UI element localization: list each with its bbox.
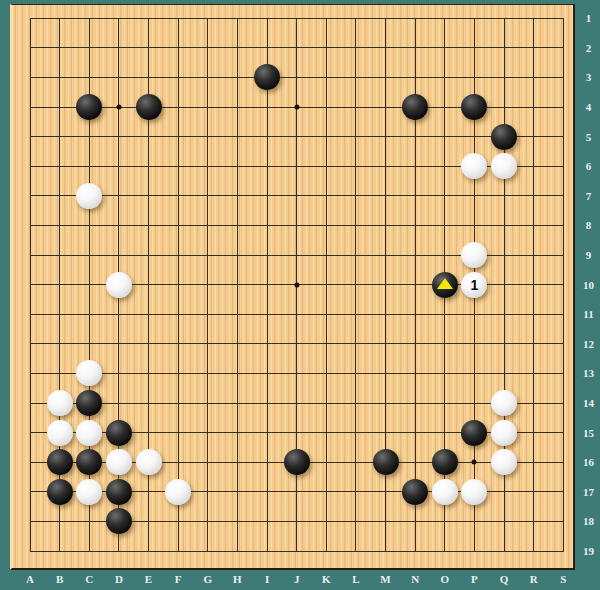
stone-black-e4[interactable]	[136, 94, 162, 120]
stone-white-c15[interactable]	[76, 420, 102, 446]
row-label-9: 9	[586, 249, 592, 261]
stone-black-n4[interactable]	[402, 94, 428, 120]
column-label-k: K	[322, 573, 331, 585]
stone-white-f17[interactable]	[165, 479, 191, 505]
stone-black-p15[interactable]	[461, 420, 487, 446]
stone-white-q14[interactable]	[491, 390, 517, 416]
column-label-g: G	[203, 573, 212, 585]
stone-black-j16[interactable]	[284, 449, 310, 475]
column-label-c: C	[85, 573, 93, 585]
row-label-6: 6	[586, 160, 592, 172]
stone-white-d16[interactable]	[106, 449, 132, 475]
row-label-3: 3	[586, 71, 592, 83]
stone-black-d18[interactable]	[106, 508, 132, 534]
row-label-17: 17	[583, 486, 594, 498]
stone-white-d10[interactable]	[106, 272, 132, 298]
stone-white-o17[interactable]	[432, 479, 458, 505]
row-label-5: 5	[586, 131, 592, 143]
stone-black-c4[interactable]	[76, 94, 102, 120]
column-label-f: F	[175, 573, 182, 585]
column-label-a: A	[26, 573, 34, 585]
column-label-j: J	[294, 573, 300, 585]
stone-black-d17[interactable]	[106, 479, 132, 505]
stone-white-q6[interactable]	[491, 153, 517, 179]
stone-black-c16[interactable]	[76, 449, 102, 475]
column-label-r: R	[530, 573, 538, 585]
stone-black-q5[interactable]	[491, 124, 517, 150]
row-label-16: 16	[583, 456, 594, 468]
row-label-14: 14	[583, 397, 594, 409]
stone-white-p6[interactable]	[461, 153, 487, 179]
stone-black-n17[interactable]	[402, 479, 428, 505]
row-label-10: 10	[583, 279, 594, 291]
column-label-e: E	[145, 573, 152, 585]
row-label-4: 4	[586, 101, 592, 113]
stone-black-i3[interactable]	[254, 64, 280, 90]
stone-white-e16[interactable]	[136, 449, 162, 475]
stone-white-c7[interactable]	[76, 183, 102, 209]
column-label-b: B	[56, 573, 63, 585]
stone-black-m16[interactable]	[373, 449, 399, 475]
column-label-o: O	[441, 573, 450, 585]
row-label-1: 1	[586, 12, 592, 24]
column-label-q: Q	[500, 573, 509, 585]
row-label-11: 11	[583, 308, 593, 320]
triangle-marker	[437, 278, 453, 289]
stone-black-c14[interactable]	[76, 390, 102, 416]
column-label-n: N	[411, 573, 419, 585]
column-label-p: P	[471, 573, 478, 585]
stone-white-q16[interactable]	[491, 449, 517, 475]
row-label-18: 18	[583, 515, 594, 527]
stone-black-o10[interactable]	[432, 272, 458, 298]
stone-white-c17[interactable]	[76, 479, 102, 505]
stone-white-b14[interactable]	[47, 390, 73, 416]
stone-black-b16[interactable]	[47, 449, 73, 475]
column-label-l: L	[352, 573, 359, 585]
stone-black-p4[interactable]	[461, 94, 487, 120]
stone-white-b15[interactable]	[47, 420, 73, 446]
stone-white-p10[interactable]: 1	[461, 272, 487, 298]
row-label-13: 13	[583, 367, 594, 379]
row-label-12: 12	[583, 338, 594, 350]
stone-white-p9[interactable]	[461, 242, 487, 268]
stone-black-b17[interactable]	[47, 479, 73, 505]
stone-white-p17[interactable]	[461, 479, 487, 505]
column-label-d: D	[115, 573, 123, 585]
stone-black-o16[interactable]	[432, 449, 458, 475]
move-number-label: 1	[471, 278, 479, 292]
row-label-7: 7	[586, 190, 592, 202]
stone-white-q15[interactable]	[491, 420, 517, 446]
row-label-19: 19	[583, 545, 594, 557]
column-label-m: M	[380, 573, 390, 585]
column-label-i: I	[265, 573, 269, 585]
column-label-h: H	[233, 573, 242, 585]
stone-white-c13[interactable]	[76, 360, 102, 386]
row-label-2: 2	[586, 42, 592, 54]
go-board-screenshot: 1 ABCDEFGHIJKLMNOPQRS1234567891011121314…	[0, 0, 600, 590]
row-label-15: 15	[583, 427, 594, 439]
stone-black-d15[interactable]	[106, 420, 132, 446]
row-label-8: 8	[586, 219, 592, 231]
column-label-s: S	[560, 573, 566, 585]
